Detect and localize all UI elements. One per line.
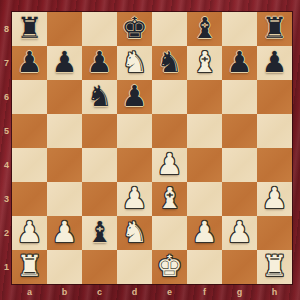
square-b2[interactable]: ♟ (47, 216, 82, 250)
square-b4[interactable] (47, 148, 82, 182)
square-f8[interactable]: ♝ (187, 12, 222, 46)
square-g5[interactable] (222, 114, 257, 148)
square-e5[interactable] (152, 114, 187, 148)
square-f3[interactable] (187, 182, 222, 216)
square-g6[interactable] (222, 80, 257, 114)
piece-black-knight-c6[interactable]: ♞ (87, 79, 113, 113)
piece-black-knight-e7[interactable]: ♞ (157, 45, 183, 79)
square-c8[interactable] (82, 12, 117, 46)
piece-black-pawn-b7[interactable]: ♟ (52, 45, 78, 79)
square-h4[interactable] (257, 148, 292, 182)
square-c3[interactable] (82, 182, 117, 216)
square-b7[interactable]: ♟ (47, 46, 82, 80)
rank-label-3: 3 (1, 182, 12, 216)
piece-white-rook-a1[interactable]: ♜ (17, 249, 43, 283)
piece-white-pawn-g2[interactable]: ♟ (227, 215, 253, 249)
file-label-c: c (82, 285, 117, 299)
piece-white-pawn-h3[interactable]: ♟ (262, 181, 288, 215)
square-c6[interactable]: ♞ (82, 80, 117, 114)
piece-white-pawn-d3[interactable]: ♟ (122, 181, 148, 215)
square-c4[interactable] (82, 148, 117, 182)
square-a6[interactable] (12, 80, 47, 114)
square-e2[interactable] (152, 216, 187, 250)
file-label-e: e (152, 285, 187, 299)
piece-black-bishop-f8[interactable]: ♝ (192, 11, 218, 45)
rank-label-5: 5 (1, 114, 12, 148)
square-a1[interactable]: ♜ (12, 250, 47, 284)
piece-black-rook-a8[interactable]: ♜ (17, 11, 43, 45)
square-d2[interactable]: ♞ (117, 216, 152, 250)
square-h1[interactable]: ♜ (257, 250, 292, 284)
piece-white-rook-h1[interactable]: ♜ (262, 249, 288, 283)
square-g2[interactable]: ♟ (222, 216, 257, 250)
piece-black-rook-h8[interactable]: ♜ (262, 11, 288, 45)
square-d4[interactable] (117, 148, 152, 182)
square-f5[interactable] (187, 114, 222, 148)
square-e3[interactable]: ♝ (152, 182, 187, 216)
square-d7[interactable]: ♞ (117, 46, 152, 80)
square-d6[interactable]: ♟ (117, 80, 152, 114)
square-d5[interactable] (117, 114, 152, 148)
square-h5[interactable] (257, 114, 292, 148)
square-a8[interactable]: ♜ (12, 12, 47, 46)
square-h7[interactable]: ♟ (257, 46, 292, 80)
square-g4[interactable] (222, 148, 257, 182)
square-a5[interactable] (12, 114, 47, 148)
square-c7[interactable]: ♟ (82, 46, 117, 80)
square-a2[interactable]: ♟ (12, 216, 47, 250)
file-label-f: f (187, 285, 222, 299)
square-h2[interactable] (257, 216, 292, 250)
square-e7[interactable]: ♞ (152, 46, 187, 80)
rank-label-4: 4 (1, 148, 12, 182)
rank-label-7: 7 (1, 46, 12, 80)
piece-white-king-e1[interactable]: ♚ (157, 249, 183, 283)
square-h3[interactable]: ♟ (257, 182, 292, 216)
file-label-h: h (257, 285, 292, 299)
chess-diagram: ♜♚♝♜♟♟♟♞♞♝♟♟♞♟♟♟♝♟♟♟♝♞♟♟♜♚♜ 87654321 abc… (0, 0, 300, 300)
square-f2[interactable]: ♟ (187, 216, 222, 250)
square-d1[interactable] (117, 250, 152, 284)
square-e4[interactable]: ♟ (152, 148, 187, 182)
square-g8[interactable] (222, 12, 257, 46)
square-f7[interactable]: ♝ (187, 46, 222, 80)
square-c2[interactable]: ♝ (82, 216, 117, 250)
piece-white-pawn-f2[interactable]: ♟ (192, 215, 218, 249)
rank-label-1: 1 (1, 250, 12, 284)
piece-black-pawn-c7[interactable]: ♟ (87, 45, 113, 79)
square-f4[interactable] (187, 148, 222, 182)
chess-board: ♜♚♝♜♟♟♟♞♞♝♟♟♞♟♟♟♝♟♟♟♝♞♟♟♜♚♜ (12, 12, 292, 284)
piece-white-knight-d7[interactable]: ♞ (122, 45, 148, 79)
square-c1[interactable] (82, 250, 117, 284)
piece-white-pawn-e4[interactable]: ♟ (157, 147, 183, 181)
square-e1[interactable]: ♚ (152, 250, 187, 284)
piece-black-bishop-c2[interactable]: ♝ (87, 215, 113, 249)
square-f1[interactable] (187, 250, 222, 284)
square-a7[interactable]: ♟ (12, 46, 47, 80)
piece-black-pawn-a7[interactable]: ♟ (17, 45, 43, 79)
piece-white-knight-d2[interactable]: ♞ (122, 215, 148, 249)
square-b5[interactable] (47, 114, 82, 148)
square-g7[interactable]: ♟ (222, 46, 257, 80)
piece-black-pawn-d6[interactable]: ♟ (122, 79, 148, 113)
square-h6[interactable] (257, 80, 292, 114)
file-label-d: d (117, 285, 152, 299)
file-label-g: g (222, 285, 257, 299)
square-b3[interactable] (47, 182, 82, 216)
square-g1[interactable] (222, 250, 257, 284)
rank-label-2: 2 (1, 216, 12, 250)
square-a4[interactable] (12, 148, 47, 182)
rank-label-8: 8 (1, 12, 12, 46)
piece-white-pawn-a2[interactable]: ♟ (17, 215, 43, 249)
piece-white-bishop-e3[interactable]: ♝ (157, 181, 183, 215)
square-a3[interactable] (12, 182, 47, 216)
piece-black-pawn-g7[interactable]: ♟ (227, 45, 253, 79)
piece-black-pawn-h7[interactable]: ♟ (262, 45, 288, 79)
square-f6[interactable] (187, 80, 222, 114)
square-e6[interactable] (152, 80, 187, 114)
square-b6[interactable] (47, 80, 82, 114)
rank-label-6: 6 (1, 80, 12, 114)
square-d8[interactable]: ♚ (117, 12, 152, 46)
square-b8[interactable] (47, 12, 82, 46)
file-label-b: b (47, 285, 82, 299)
piece-white-bishop-f7[interactable]: ♝ (192, 45, 218, 79)
square-b1[interactable] (47, 250, 82, 284)
square-d3[interactable]: ♟ (117, 182, 152, 216)
piece-black-king-d8[interactable]: ♚ (122, 11, 148, 45)
square-h8[interactable]: ♜ (257, 12, 292, 46)
piece-white-pawn-b2[interactable]: ♟ (52, 215, 78, 249)
file-label-a: a (12, 285, 47, 299)
square-c5[interactable] (82, 114, 117, 148)
square-e8[interactable] (152, 12, 187, 46)
square-g3[interactable] (222, 182, 257, 216)
